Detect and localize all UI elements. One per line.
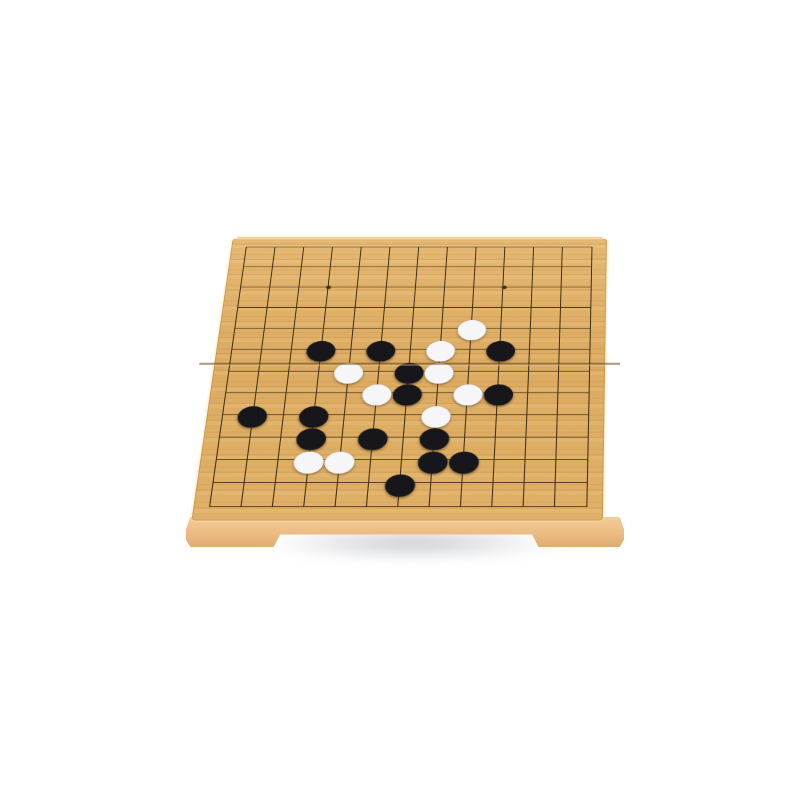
hoshi-point (325, 285, 330, 288)
stone-layer: ●●●●●●●●●●●●●●●●●●●●●●● (209, 247, 592, 507)
black-stone: ● (484, 336, 518, 363)
black-stone: ● (446, 445, 482, 474)
black-stone: ● (481, 378, 516, 406)
hoshi-point (501, 285, 506, 288)
black-stone: ● (355, 423, 391, 451)
board-grid-area: ●●●●●●●●●●●●●●●●●●●●●●● (209, 247, 592, 507)
black-stone: ● (234, 400, 271, 428)
product-photo-scene: ●●●●●●●●●●●●●●●●●●●●●●● (0, 0, 800, 800)
black-stone: ● (382, 468, 419, 497)
fold-seam (199, 362, 620, 366)
white-stone: ● (321, 445, 358, 474)
go-board: ●●●●●●●●●●●●●●●●●●●●●●● (191, 239, 607, 521)
